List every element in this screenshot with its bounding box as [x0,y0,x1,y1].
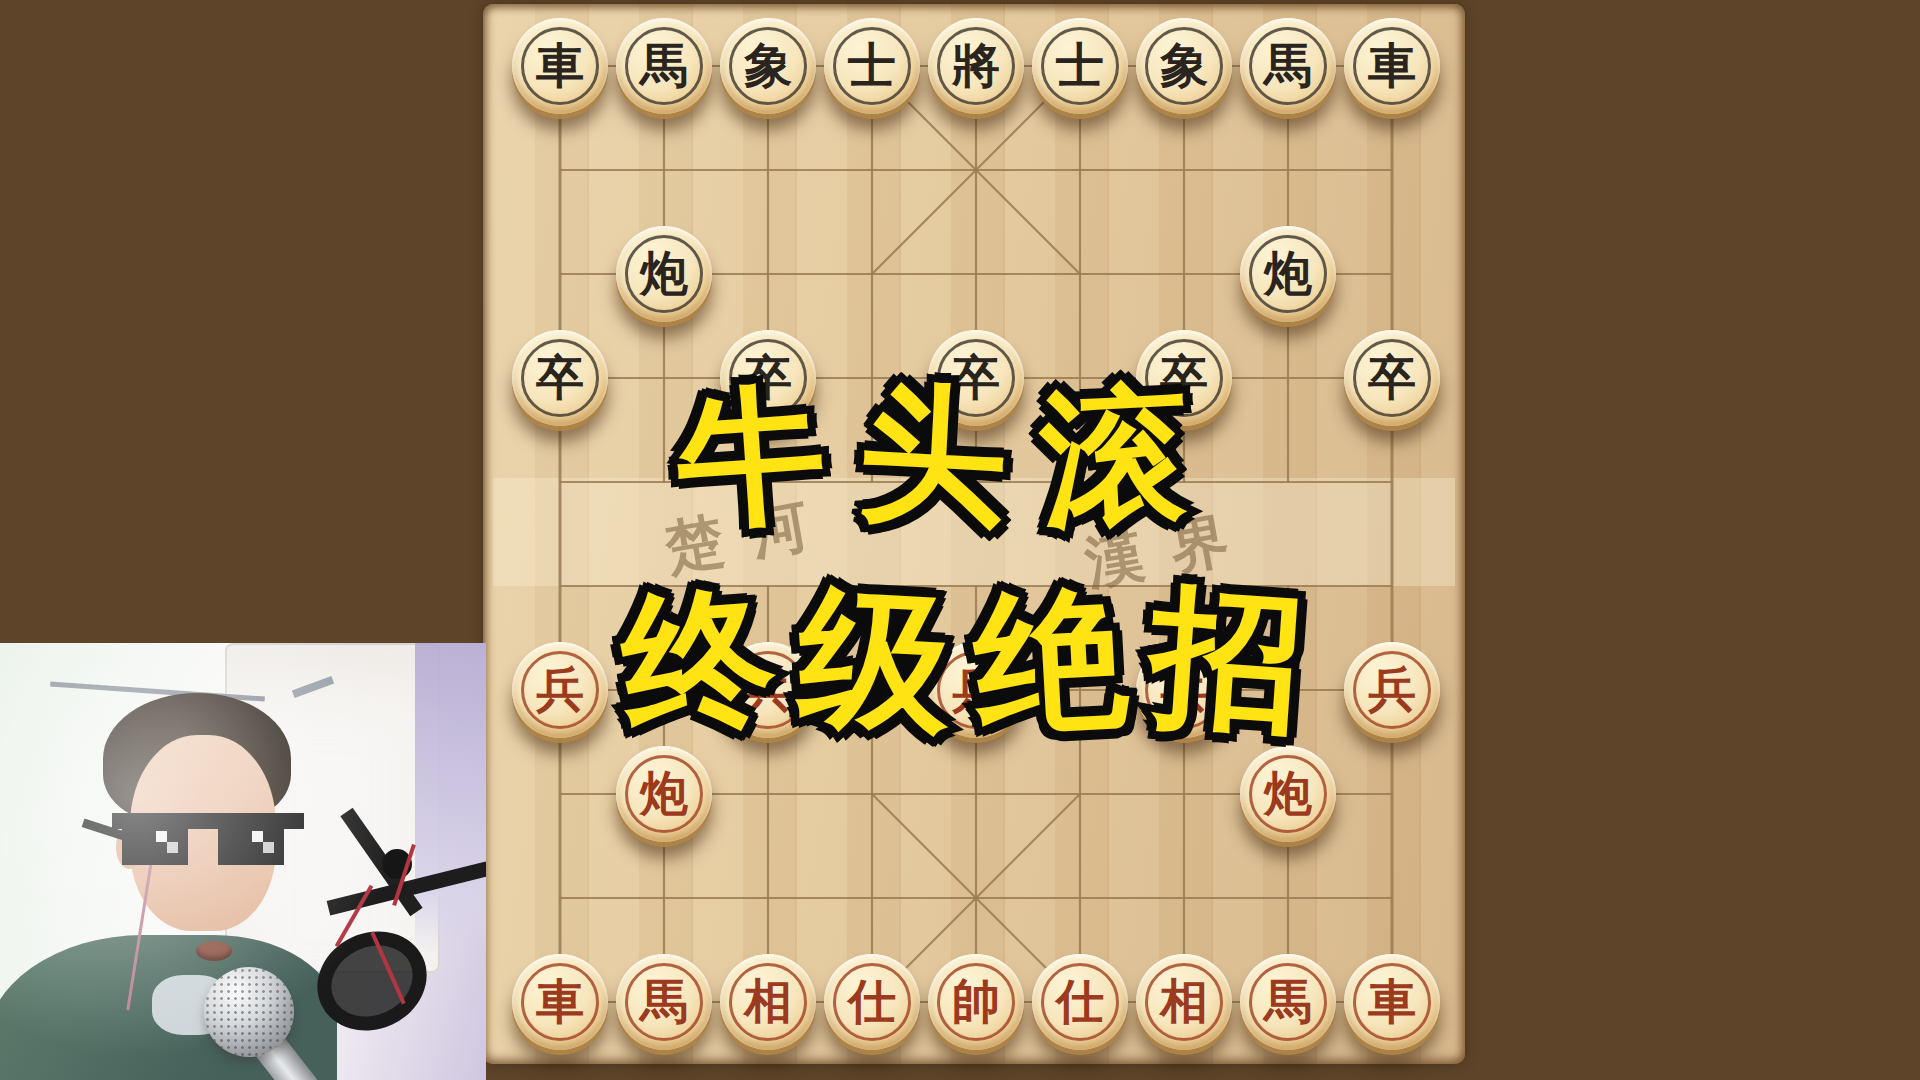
piece-black-chariot[interactable]: 車 [1344,18,1440,114]
piece-red-advisor[interactable]: 仕 [1032,954,1128,1050]
piece-glyph: 卒 [536,353,584,401]
piece-glyph: 象 [744,41,792,89]
overlay-title-line-2: 终级绝招 [623,560,1327,765]
piece-red-soldier[interactable]: 兵 [1344,642,1440,738]
piece-glyph: 卒 [1368,353,1416,401]
piece-glyph: 馬 [1264,977,1312,1025]
piece-glyph: 馬 [640,41,688,89]
piece-glyph: 車 [1368,41,1416,89]
piece-glyph: 車 [536,977,584,1025]
piece-glyph: 炮 [640,769,688,817]
piece-glyph: 士 [848,41,896,89]
piece-black-elephant[interactable]: 象 [1136,18,1232,114]
webcam-overlay [0,643,486,1080]
piece-glyph: 士 [1056,41,1104,89]
video-frame: 楚河 漢界 車馬象士將士象馬車炮炮卒卒卒卒卒兵兵兵兵兵炮炮車馬相仕帥仕相馬車 牛… [0,0,1920,1080]
piece-black-advisor[interactable]: 士 [824,18,920,114]
piece-glyph: 炮 [1264,769,1312,817]
piece-red-advisor[interactable]: 仕 [824,954,920,1050]
piece-black-advisor[interactable]: 士 [1032,18,1128,114]
piece-glyph: 帥 [952,977,1000,1025]
piece-glyph: 馬 [640,977,688,1025]
piece-glyph: 仕 [848,977,896,1025]
piece-glyph: 車 [536,41,584,89]
piece-black-chariot[interactable]: 車 [512,18,608,114]
piece-glyph: 相 [744,977,792,1025]
piece-red-chariot[interactable]: 車 [1344,954,1440,1050]
piece-glyph: 車 [1368,977,1416,1025]
piece-black-general[interactable]: 將 [928,18,1024,114]
piece-red-soldier[interactable]: 兵 [512,642,608,738]
piece-black-soldier[interactable]: 卒 [512,330,608,426]
piece-glyph: 兵 [536,665,584,713]
piece-glyph: 馬 [1264,41,1312,89]
piece-black-horse[interactable]: 馬 [1240,18,1336,114]
piece-glyph: 仕 [1056,977,1104,1025]
light-wash [0,643,486,1080]
piece-red-horse[interactable]: 馬 [616,954,712,1050]
overlay-title-line-1: 牛头滚 [677,358,1223,558]
piece-red-elephant[interactable]: 相 [1136,954,1232,1050]
piece-glyph: 象 [1160,41,1208,89]
piece-glyph: 炮 [1264,249,1312,297]
piece-black-horse[interactable]: 馬 [616,18,712,114]
piece-red-general[interactable]: 帥 [928,954,1024,1050]
piece-glyph: 兵 [1368,665,1416,713]
piece-glyph: 炮 [640,249,688,297]
piece-black-cannon[interactable]: 炮 [616,226,712,322]
piece-glyph: 將 [952,41,1000,89]
piece-black-elephant[interactable]: 象 [720,18,816,114]
piece-red-horse[interactable]: 馬 [1240,954,1336,1050]
piece-red-chariot[interactable]: 車 [512,954,608,1050]
piece-glyph: 相 [1160,977,1208,1025]
piece-red-elephant[interactable]: 相 [720,954,816,1050]
piece-black-soldier[interactable]: 卒 [1344,330,1440,426]
piece-black-cannon[interactable]: 炮 [1240,226,1336,322]
